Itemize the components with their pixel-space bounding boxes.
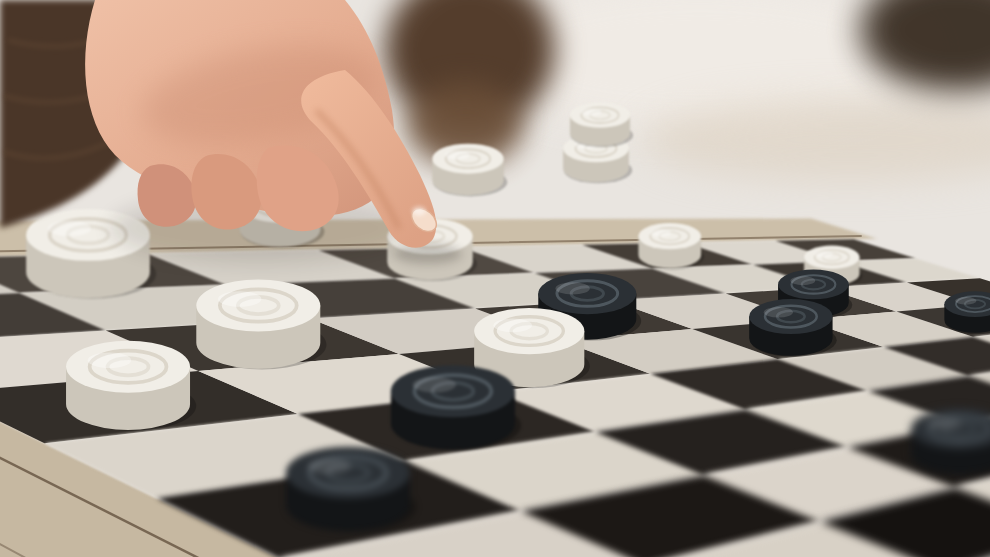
pieces-row-4	[391, 365, 521, 450]
piece-top	[66, 341, 190, 393]
piece-highlight	[580, 108, 601, 116]
piece-top	[804, 246, 859, 269]
white-checker-r0c5[interactable]	[638, 223, 704, 269]
piece-highlight	[413, 377, 456, 393]
piece-top	[538, 273, 636, 314]
piece-highlight	[48, 221, 91, 237]
piece-highlight	[555, 282, 589, 294]
fingertip-shadow	[394, 244, 462, 264]
black-checker-r3c4[interactable]	[749, 299, 837, 357]
piece-top	[286, 447, 410, 499]
piece-highlight	[814, 251, 833, 258]
black-checker-r3c6[interactable]	[944, 291, 990, 334]
black-checker-r6c3[interactable]	[911, 408, 990, 475]
checkers-photo-scene	[0, 0, 990, 557]
pieces-row-5	[286, 447, 416, 532]
piece-top	[638, 223, 701, 249]
captured-white-piece-1[interactable]	[432, 144, 507, 197]
piece-highlight	[308, 458, 351, 474]
pieces-row-6	[911, 408, 990, 475]
piece-top	[749, 299, 832, 334]
piece-top	[778, 270, 849, 300]
piece-top	[196, 279, 320, 331]
piece-top	[474, 308, 584, 354]
white-checker-r3c0[interactable]	[66, 341, 196, 431]
black-checker-r5c0[interactable]	[286, 447, 416, 532]
piece-top	[570, 103, 630, 128]
black-checker-r4c1[interactable]	[391, 365, 521, 450]
piece-top	[432, 144, 503, 174]
piece-top	[391, 365, 515, 417]
piece-highlight	[88, 352, 131, 368]
fingertip-highlight	[412, 207, 426, 216]
captured-white-piece-3[interactable]	[570, 103, 633, 148]
piece-highlight	[764, 307, 793, 318]
white-checker-r2c1[interactable]	[196, 279, 326, 369]
piece-highlight	[445, 150, 470, 159]
piece-highlight	[218, 291, 261, 307]
piece-highlight	[928, 418, 962, 430]
piece-highlight	[955, 297, 976, 305]
piece-highlight	[493, 318, 532, 332]
piece-highlight	[790, 276, 815, 285]
piece-highlight	[649, 229, 671, 237]
checkers-board-photo	[0, 0, 990, 557]
